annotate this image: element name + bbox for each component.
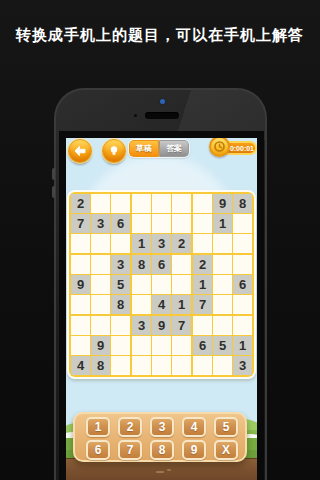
page-title: 转换成手机上的题目，可以在手机上解答 — [0, 26, 320, 45]
lightbulb-icon — [107, 144, 121, 158]
key-9[interactable]: 9 — [182, 440, 206, 460]
cell-r2c8: 1 — [213, 214, 232, 233]
cell-r5c3: 5 — [111, 275, 130, 294]
board-frame: 27361329813958864121679483976513 — [69, 192, 254, 377]
key-3[interactable]: 3 — [150, 417, 174, 437]
cell-r6c6: 1 — [172, 295, 191, 314]
cell-r1c4[interactable] — [132, 194, 151, 213]
volume-button — [52, 168, 55, 180]
cell-r2c7[interactable] — [193, 214, 212, 233]
cell-r1c9: 8 — [233, 194, 252, 213]
cell-r7c9[interactable] — [233, 316, 252, 335]
cell-r4c3: 3 — [111, 255, 130, 274]
earpiece-speaker — [145, 112, 179, 119]
cell-r6c4[interactable] — [132, 295, 151, 314]
cell-r8c9: 1 — [233, 336, 252, 355]
cell-r9c9: 3 — [233, 356, 252, 375]
cell-r8c2: 9 — [91, 336, 110, 355]
cell-r7c4: 3 — [132, 316, 151, 335]
cell-r3c7[interactable] — [193, 234, 212, 253]
cell-r8c6[interactable] — [172, 336, 191, 355]
cell-r5c8[interactable] — [213, 275, 232, 294]
key-4[interactable]: 4 — [182, 417, 206, 437]
cell-r5c5[interactable] — [152, 275, 171, 294]
cell-r6c7: 7 — [193, 295, 212, 314]
cell-r7c2[interactable] — [91, 316, 110, 335]
pebble — [156, 471, 164, 473]
cell-r7c7[interactable] — [193, 316, 212, 335]
cell-r9c7[interactable] — [193, 356, 212, 375]
cell-r1c2[interactable] — [91, 194, 110, 213]
cell-r5c4[interactable] — [132, 275, 151, 294]
key-X[interactable]: X — [214, 440, 238, 460]
cell-r4c6[interactable] — [172, 255, 191, 274]
cell-r5c6[interactable] — [172, 275, 191, 294]
cell-r1c3[interactable] — [111, 194, 130, 213]
sudoku-box: 397 — [132, 316, 191, 375]
cell-r2c9[interactable] — [233, 214, 252, 233]
cell-r8c4[interactable] — [132, 336, 151, 355]
cell-r3c3[interactable] — [111, 234, 130, 253]
sudoku-box: 2736 — [71, 194, 130, 253]
volume-button — [52, 186, 55, 198]
cell-r1c7[interactable] — [193, 194, 212, 213]
cell-r3c8[interactable] — [213, 234, 232, 253]
key-8[interactable]: 8 — [150, 440, 174, 460]
cell-r7c1[interactable] — [71, 316, 90, 335]
cell-r1c8: 9 — [213, 194, 232, 213]
sudoku-box: 132 — [132, 194, 191, 253]
cell-r1c5[interactable] — [152, 194, 171, 213]
cell-r4c9[interactable] — [233, 255, 252, 274]
cell-r6c2[interactable] — [91, 295, 110, 314]
cell-r7c8[interactable] — [213, 316, 232, 335]
cell-r9c1: 4 — [71, 356, 90, 375]
key-1[interactable]: 1 — [86, 417, 110, 437]
tab-answer[interactable]: 答案 — [159, 140, 189, 157]
cell-r5c9: 6 — [233, 275, 252, 294]
cell-r4c7: 2 — [193, 255, 212, 274]
sudoku-box: 2167 — [193, 255, 252, 314]
sensor-dot-icon — [134, 114, 137, 117]
cell-r4c1[interactable] — [71, 255, 90, 274]
cell-r8c8: 5 — [213, 336, 232, 355]
back-arrow-icon — [73, 144, 87, 158]
cell-r7c3[interactable] — [111, 316, 130, 335]
cell-r3c5: 3 — [152, 234, 171, 253]
sudoku-box: 981 — [193, 194, 252, 253]
cell-r6c9[interactable] — [233, 295, 252, 314]
sudoku-board: 27361329813958864121679483976513 — [67, 190, 256, 379]
cell-r3c2[interactable] — [91, 234, 110, 253]
cell-r9c4[interactable] — [132, 356, 151, 375]
back-button[interactable] — [68, 139, 92, 163]
mode-tabs: 草稿 答案 — [129, 140, 189, 157]
cell-r3c4: 1 — [132, 234, 151, 253]
cell-r6c8[interactable] — [213, 295, 232, 314]
sudoku-box: 948 — [71, 316, 130, 375]
cell-r2c3: 6 — [111, 214, 130, 233]
cell-r5c7: 1 — [193, 275, 212, 294]
cell-r9c5[interactable] — [152, 356, 171, 375]
cell-r7c6: 7 — [172, 316, 191, 335]
pebble — [167, 469, 171, 471]
cell-r4c8[interactable] — [213, 255, 232, 274]
key-6[interactable]: 6 — [86, 440, 110, 460]
cell-r2c1: 7 — [71, 214, 90, 233]
cell-r4c4: 8 — [132, 255, 151, 274]
cell-r9c8[interactable] — [213, 356, 232, 375]
cell-r6c3: 8 — [111, 295, 130, 314]
cell-r5c2[interactable] — [91, 275, 110, 294]
phone-frame: 草稿 答案 00:00:01 2736132981395886412167948… — [54, 88, 267, 480]
cell-r1c6[interactable] — [172, 194, 191, 213]
key-7[interactable]: 7 — [118, 440, 142, 460]
cell-r3c6: 2 — [172, 234, 191, 253]
cell-r4c5: 6 — [152, 255, 171, 274]
number-keypad: 123456789X — [73, 412, 247, 462]
sudoku-box: 3958 — [71, 255, 130, 314]
cell-r8c5[interactable] — [152, 336, 171, 355]
cell-r9c6[interactable] — [172, 356, 191, 375]
cell-r2c4[interactable] — [132, 214, 151, 233]
front-camera-icon — [160, 99, 165, 104]
tab-draft[interactable]: 草稿 — [129, 140, 159, 157]
cell-r3c9[interactable] — [233, 234, 252, 253]
cell-r2c6[interactable] — [172, 214, 191, 233]
cell-r2c2: 3 — [91, 214, 110, 233]
cell-r6c5: 4 — [152, 295, 171, 314]
cell-r8c3[interactable] — [111, 336, 130, 355]
cell-r3c1[interactable] — [71, 234, 90, 253]
sudoku-box: 8641 — [132, 255, 191, 314]
cell-r9c3[interactable] — [111, 356, 130, 375]
key-5[interactable]: 5 — [214, 417, 238, 437]
cell-r2c5[interactable] — [152, 214, 171, 233]
sudoku-box: 6513 — [193, 316, 252, 375]
key-2[interactable]: 2 — [118, 417, 142, 437]
cell-r4c2[interactable] — [91, 255, 110, 274]
cell-r9c2: 8 — [91, 356, 110, 375]
cell-r1c1: 2 — [71, 194, 90, 213]
cell-r6c1[interactable] — [71, 295, 90, 314]
app-screen: 草稿 答案 00:00:01 2736132981395886412167948… — [66, 138, 257, 480]
cell-r5c1: 9 — [71, 275, 90, 294]
cell-r7c5: 9 — [152, 316, 171, 335]
cell-r8c7: 6 — [193, 336, 212, 355]
hint-button[interactable] — [102, 139, 126, 163]
cell-r8c1[interactable] — [71, 336, 90, 355]
